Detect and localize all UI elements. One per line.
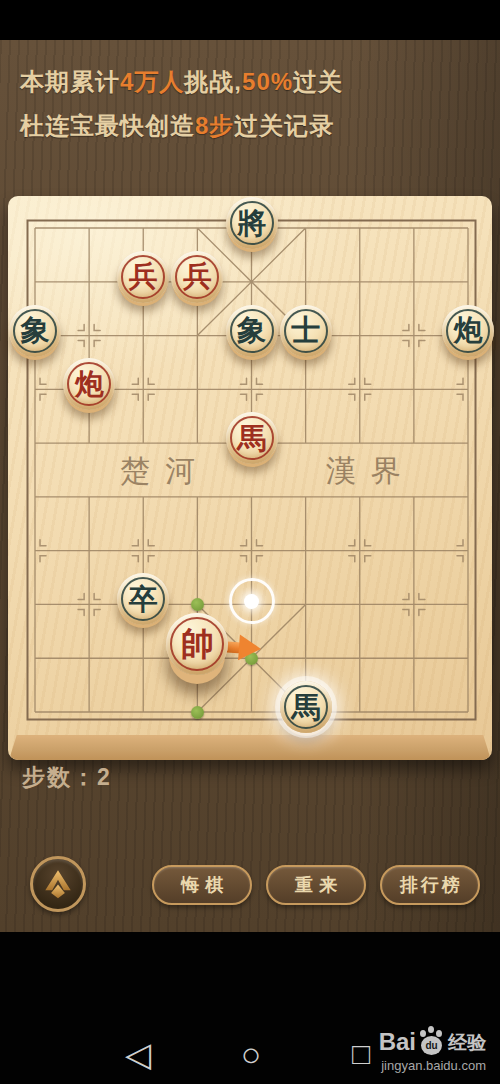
app-background: 本期累计4万人挑战,50%过关 杜连宝最快创造8步过关记录 楚河 漢界 將兵兵象… — [0, 40, 500, 932]
nav-recents-icon[interactable]: □ — [339, 1032, 383, 1076]
record-text: 过关记录 — [234, 112, 334, 139]
piece-glyph: 將 — [237, 209, 266, 238]
piece-red-兵[interactable]: 兵 — [171, 251, 223, 303]
watermark-url: jingyan.baidu.com — [379, 1058, 486, 1073]
status-bar — [0, 0, 500, 40]
stats-text: 过关 — [293, 68, 343, 95]
piece-red-兵[interactable]: 兵 — [117, 251, 169, 303]
piece-red-馬[interactable]: 馬 — [226, 412, 278, 464]
piece-glyph: 兵 — [183, 262, 212, 291]
baidu-paw-du: du — [421, 1036, 442, 1055]
leaderboard-button[interactable]: 排行榜 — [380, 865, 480, 905]
record-holder-line: 杜连宝最快创造8步过关记录 — [20, 110, 334, 142]
nav-back-icon[interactable]: ◁ — [116, 1032, 160, 1076]
piece-black-士[interactable]: 士 — [280, 305, 332, 357]
record-steps: 8步 — [195, 112, 234, 139]
xiangqi-board[interactable]: 楚河 漢界 將兵兵象象士炮炮馬卒帥馬 — [8, 196, 492, 760]
legal-move-dot[interactable] — [191, 706, 204, 719]
piece-glyph: 炮 — [75, 370, 104, 399]
piece-black-馬[interactable]: 馬 — [280, 681, 332, 733]
piece-glyph: 馬 — [237, 424, 266, 453]
challenge-stats-line: 本期累计4万人挑战,50%过关 — [20, 66, 343, 98]
piece-glyph: 卒 — [129, 585, 158, 614]
piece-glyph: 馬 — [291, 693, 320, 722]
hint-arrow-head — [238, 635, 262, 662]
baidu-brand: Bai du 经验 — [379, 1026, 486, 1056]
piece-black-將[interactable]: 將 — [226, 197, 278, 249]
piece-glyph: 象 — [21, 316, 50, 345]
piece-black-象[interactable]: 象 — [226, 305, 278, 357]
stats-participants: 4万人 — [120, 68, 184, 95]
piece-black-象[interactable]: 象 — [9, 305, 61, 357]
stats-text: 本期累计 — [20, 68, 120, 95]
piece-glyph: 兵 — [129, 262, 158, 291]
gold-chevron-icon — [40, 866, 76, 902]
piece-glyph: 士 — [291, 316, 320, 345]
baidu-brand-cjk: 经验 — [448, 1030, 486, 1056]
river-label-left: 楚河 — [120, 454, 210, 487]
piece-black-炮[interactable]: 炮 — [442, 305, 494, 357]
record-text: 杜连宝最快创造 — [20, 112, 195, 139]
baidu-jingyan-watermark: Bai du 经验 jingyan.baidu.com — [379, 1026, 486, 1073]
piece-glyph: 象 — [237, 316, 266, 345]
restart-button[interactable]: 重来 — [266, 865, 366, 905]
legal-move-dot[interactable] — [191, 598, 204, 611]
step-counter: 步数：2 — [22, 762, 112, 793]
piece-glyph: 帥 — [181, 628, 214, 661]
expand-menu-button[interactable] — [30, 856, 86, 912]
baidu-paw-icon: du — [418, 1026, 446, 1056]
piece-glyph: 炮 — [454, 316, 483, 345]
river-label-right: 漢界 — [326, 454, 416, 487]
stats-pass-rate: 50% — [242, 68, 293, 95]
nav-home-icon[interactable]: ○ — [229, 1032, 273, 1076]
phone-screen: 本期累计4万人挑战,50%过关 杜连宝最快创造8步过关记录 楚河 漢界 將兵兵象… — [0, 0, 500, 1084]
undo-move-button[interactable]: 悔棋 — [152, 865, 252, 905]
baidu-brand-latin: Bai — [379, 1028, 416, 1056]
stats-text: 挑战, — [184, 68, 242, 95]
touch-cursor — [229, 578, 275, 624]
